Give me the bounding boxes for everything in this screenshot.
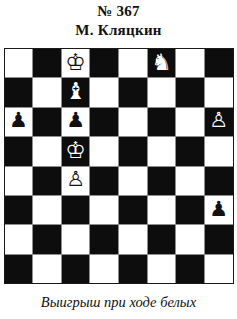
square-f3[interactable] — [148, 196, 176, 224]
square-e6[interactable] — [119, 108, 147, 136]
square-e7[interactable] — [119, 78, 147, 106]
square-b7[interactable] — [33, 78, 61, 106]
white-king: ♔ — [65, 51, 86, 74]
problem-number: № 367 — [97, 2, 140, 20]
stipulation-caption: Выигрыш при ходе белых — [41, 293, 196, 311]
square-h8[interactable] — [205, 49, 233, 77]
square-a4[interactable] — [5, 167, 33, 195]
square-f6[interactable] — [148, 108, 176, 136]
square-g1[interactable] — [176, 255, 204, 283]
square-b3[interactable] — [33, 196, 61, 224]
square-f5[interactable] — [148, 137, 176, 165]
square-d6[interactable] — [90, 108, 118, 136]
square-h2[interactable] — [205, 225, 233, 253]
square-h3[interactable]: ♟ — [205, 196, 233, 224]
square-e8[interactable] — [119, 49, 147, 77]
square-e2[interactable] — [119, 225, 147, 253]
black-pawn: ♟ — [9, 110, 28, 131]
square-d2[interactable] — [90, 225, 118, 253]
square-g7[interactable] — [176, 78, 204, 106]
white-bishop: ♝ — [65, 80, 86, 103]
square-g5[interactable] — [176, 137, 204, 165]
square-d3[interactable] — [90, 196, 118, 224]
square-g8[interactable] — [176, 49, 204, 77]
square-g3[interactable] — [176, 196, 204, 224]
square-b1[interactable] — [33, 255, 61, 283]
square-h6[interactable]: ♙ — [205, 108, 233, 136]
square-c7[interactable]: ♝ — [62, 78, 90, 106]
square-e5[interactable] — [119, 137, 147, 165]
square-f1[interactable] — [148, 255, 176, 283]
square-e1[interactable] — [119, 255, 147, 283]
square-b6[interactable] — [33, 108, 61, 136]
square-c8[interactable]: ♔ — [62, 49, 90, 77]
square-h7[interactable] — [205, 78, 233, 106]
square-c3[interactable] — [62, 196, 90, 224]
square-f2[interactable] — [148, 225, 176, 253]
square-f8[interactable]: ♞ — [148, 49, 176, 77]
square-d5[interactable] — [90, 137, 118, 165]
chess-board: ♔♞♝♟♟♙♔♙♟ — [4, 48, 234, 284]
square-c1[interactable] — [62, 255, 90, 283]
square-h5[interactable] — [205, 137, 233, 165]
square-b8[interactable] — [33, 49, 61, 77]
square-b5[interactable] — [33, 137, 61, 165]
white-knight: ♞ — [151, 51, 172, 74]
square-c2[interactable] — [62, 225, 90, 253]
square-a8[interactable] — [5, 49, 33, 77]
square-a1[interactable] — [5, 255, 33, 283]
square-b2[interactable] — [33, 225, 61, 253]
black-king: ♔ — [65, 139, 86, 162]
square-c6[interactable]: ♟ — [62, 108, 90, 136]
square-e4[interactable] — [119, 167, 147, 195]
square-c4[interactable]: ♙ — [62, 167, 90, 195]
square-a7[interactable] — [5, 78, 33, 106]
square-g4[interactable] — [176, 167, 204, 195]
black-pawn: ♙ — [209, 110, 228, 131]
square-d4[interactable] — [90, 167, 118, 195]
square-g2[interactable] — [176, 225, 204, 253]
author-name: М. Кляцкин — [75, 21, 162, 39]
square-d1[interactable] — [90, 255, 118, 283]
square-h4[interactable] — [205, 167, 233, 195]
square-a3[interactable] — [5, 196, 33, 224]
white-pawn: ♙ — [66, 169, 85, 190]
square-c5[interactable]: ♔ — [62, 137, 90, 165]
square-d8[interactable] — [90, 49, 118, 77]
square-f7[interactable] — [148, 78, 176, 106]
square-g6[interactable] — [176, 108, 204, 136]
square-a5[interactable] — [5, 137, 33, 165]
black-pawn: ♟ — [66, 110, 85, 131]
black-pawn: ♟ — [209, 199, 228, 220]
square-d7[interactable] — [90, 78, 118, 106]
square-e3[interactable] — [119, 196, 147, 224]
study-diagram-page: № 367 М. Кляцкин ♔♞♝♟♟♙♔♙♟ Выигрыш при х… — [0, 0, 237, 319]
square-f4[interactable] — [148, 167, 176, 195]
square-a2[interactable] — [5, 225, 33, 253]
square-b4[interactable] — [33, 167, 61, 195]
square-a6[interactable]: ♟ — [5, 108, 33, 136]
square-h1[interactable] — [205, 255, 233, 283]
